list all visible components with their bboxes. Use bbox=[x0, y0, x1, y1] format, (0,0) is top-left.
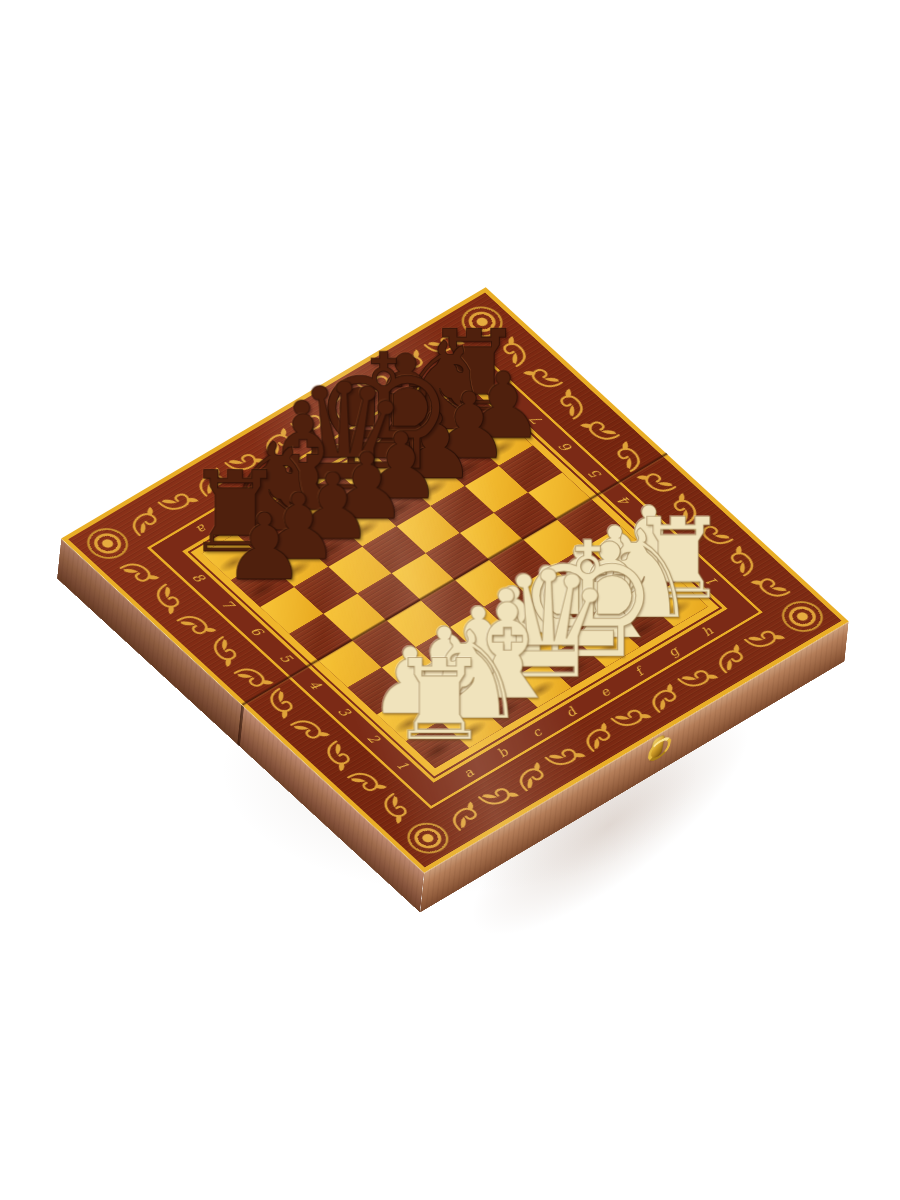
square-f6 bbox=[431, 486, 494, 533]
square-g6 bbox=[465, 466, 528, 513]
product-photo: abcdefgh abcdefgh 87654321 87654321 ♜♞♟♝… bbox=[0, 0, 900, 1200]
piece-shadow bbox=[406, 470, 460, 506]
square-f7 bbox=[402, 459, 465, 506]
piece-shadow bbox=[411, 423, 465, 459]
piece-black-pawn: ♟ bbox=[204, 511, 324, 585]
piece-shadow bbox=[440, 450, 494, 486]
piece-white-rook: ♜ bbox=[379, 656, 499, 746]
square-e6 bbox=[397, 506, 460, 553]
square-f8 bbox=[372, 432, 435, 479]
square-g7 bbox=[436, 439, 499, 486]
piece-shadow bbox=[445, 403, 499, 439]
square-d6 bbox=[363, 526, 426, 573]
scene-rotation: abcdefgh abcdefgh 87654321 87654321 ♜♞♟♝… bbox=[0, 0, 900, 1200]
piece-shadow bbox=[474, 430, 528, 466]
square-e7 bbox=[367, 479, 430, 526]
piece-shadow bbox=[377, 443, 431, 479]
piece-shadow bbox=[372, 490, 426, 526]
square-g8 bbox=[407, 412, 470, 459]
chess-board: abcdefgh abcdefgh 87654321 87654321 ♜♞♟♝… bbox=[61, 287, 849, 872]
